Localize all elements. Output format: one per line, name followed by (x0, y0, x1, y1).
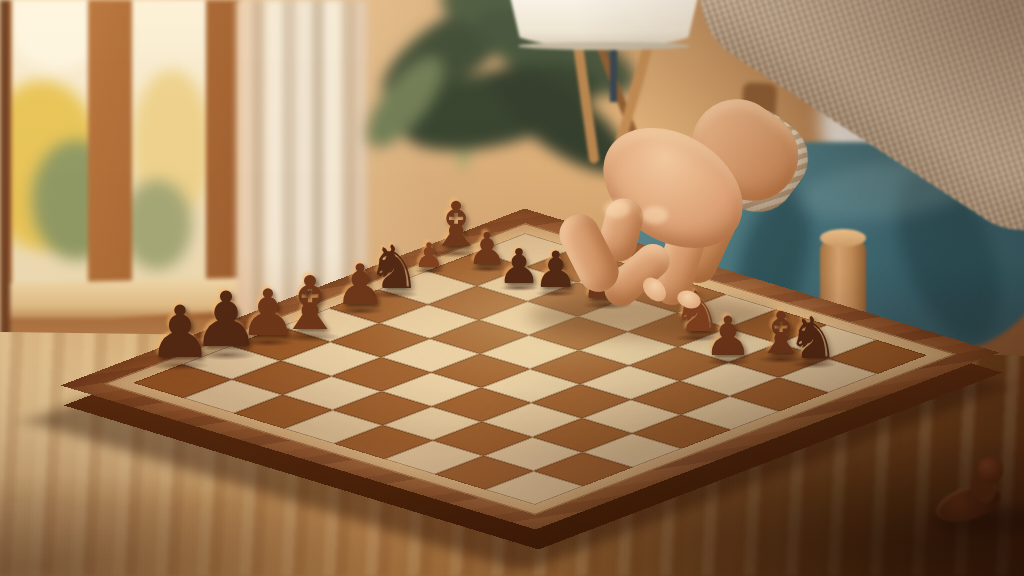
captured-pawn-head (977, 457, 1003, 483)
piece-pawn-e8[interactable]: ♟ (579, 246, 635, 308)
captured-pawn-lying (905, 445, 1024, 545)
pieces-layer: ♟♟♟♝♟♞♟♝♟♟♟♟♞♟♝♞ (0, 0, 1024, 576)
piece-pawn-g8[interactable]: ♟ (704, 310, 752, 364)
piece-pawn-d8[interactable]: ♟ (534, 245, 579, 295)
piece-knight-h7[interactable]: ♞ (787, 309, 839, 367)
room-scene: ♟♟♟♝♟♞♟♝♟♟♟♟♞♟♝♞ (0, 0, 1024, 576)
piece-glint (609, 258, 616, 268)
piece-bishop-a4[interactable]: ♝ (277, 266, 343, 340)
